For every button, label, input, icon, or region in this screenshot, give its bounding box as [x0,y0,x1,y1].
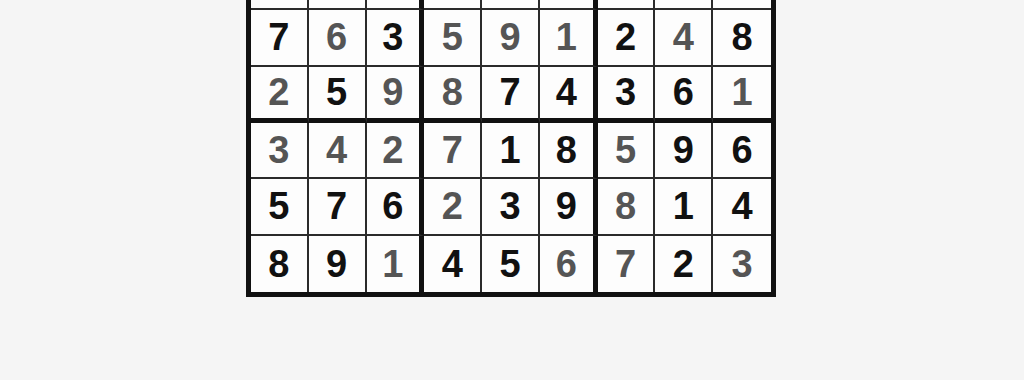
cell-r6c7[interactable]: 3 [598,67,656,123]
digit: 1 [673,187,694,225]
cell-r4c2[interactable] [309,0,367,10]
digit: 6 [673,73,694,111]
cell-r6c4[interactable]: 8 [424,67,482,123]
digit: 2 [442,187,463,225]
digit: 3 [615,73,636,111]
cell-r9c8[interactable]: 2 [655,236,713,292]
sudoku-board: 7635912482598743613427185965762398148914… [246,0,776,297]
cell-r7c3[interactable]: 2 [367,123,425,179]
cell-r6c6[interactable]: 4 [540,67,598,123]
cell-r4c8[interactable] [655,0,713,10]
cell-r4c1[interactable] [251,0,309,10]
cell-r9c4[interactable]: 4 [424,236,482,292]
cell-r4c5[interactable] [482,0,540,10]
cell-r9c5[interactable]: 5 [482,236,540,292]
digit: 3 [268,131,289,169]
digit: 5 [326,73,347,111]
cell-r6c5[interactable]: 7 [482,67,540,123]
digit: 8 [268,245,289,283]
cell-r6c3[interactable]: 9 [367,67,425,123]
cell-r5c3[interactable]: 3 [367,10,425,66]
digit: 4 [673,18,694,56]
cell-r6c8[interactable]: 6 [655,67,713,123]
cell-r4c9[interactable] [713,0,771,10]
cell-r8c3[interactable]: 6 [367,179,425,235]
digit: 9 [556,187,577,225]
cell-r8c2[interactable]: 7 [309,179,367,235]
cell-r8c7[interactable]: 8 [598,179,656,235]
cell-r8c6[interactable]: 9 [540,179,598,235]
digit: 1 [556,18,577,56]
cell-r4c4[interactable] [424,0,482,10]
cell-r8c9[interactable]: 4 [713,179,771,235]
digit: 2 [268,73,289,111]
cell-r7c9[interactable]: 6 [713,123,771,179]
cell-r9c2[interactable]: 9 [309,236,367,292]
cell-r5c5[interactable]: 9 [482,10,540,66]
cell-r5c4[interactable]: 5 [424,10,482,66]
digit: 4 [732,187,753,225]
digit: 8 [732,18,753,56]
digit: 2 [382,131,403,169]
cell-r5c2[interactable]: 6 [309,10,367,66]
digit: 8 [556,131,577,169]
cell-r8c8[interactable]: 1 [655,179,713,235]
digit: 6 [556,245,577,283]
cell-r5c7[interactable]: 2 [598,10,656,66]
cell-r5c6[interactable]: 1 [540,10,598,66]
digit: 1 [499,131,520,169]
digit: 2 [615,18,636,56]
cell-r8c5[interactable]: 3 [482,179,540,235]
cell-r9c7[interactable]: 7 [598,236,656,292]
digit: 4 [556,73,577,111]
digit: 7 [326,187,347,225]
digit: 7 [499,73,520,111]
cell-r9c9[interactable]: 3 [713,236,771,292]
digit: 5 [268,187,289,225]
digit: 8 [442,73,463,111]
digit: 7 [615,245,636,283]
cell-r8c4[interactable]: 2 [424,179,482,235]
cell-r7c8[interactable]: 9 [655,123,713,179]
cell-r7c4[interactable]: 7 [424,123,482,179]
digit: 6 [732,131,753,169]
digit: 1 [732,73,753,111]
cell-r7c5[interactable]: 1 [482,123,540,179]
digit: 2 [673,245,694,283]
digit: 4 [442,245,463,283]
cell-r5c9[interactable]: 8 [713,10,771,66]
cell-r9c6[interactable]: 6 [540,236,598,292]
digit: 5 [615,131,636,169]
digit: 4 [326,131,347,169]
cell-r9c1[interactable]: 8 [251,236,309,292]
cell-r6c2[interactable]: 5 [309,67,367,123]
cell-r4c3[interactable] [367,0,425,10]
cell-r5c1[interactable]: 7 [251,10,309,66]
cell-r4c6[interactable] [540,0,598,10]
digit: 9 [673,131,694,169]
digit: 3 [732,245,753,283]
digit: 5 [442,18,463,56]
cell-r9c3[interactable]: 1 [367,236,425,292]
cell-r6c1[interactable]: 2 [251,67,309,123]
cell-r6c9[interactable]: 1 [713,67,771,123]
sudoku-screen: 7635912482598743613427185965762398148914… [0,0,1024,380]
digit: 9 [499,18,520,56]
cell-r8c1[interactable]: 5 [251,179,309,235]
cell-r7c7[interactable]: 5 [598,123,656,179]
cell-r4c7[interactable] [598,0,656,10]
cell-r7c6[interactable]: 8 [540,123,598,179]
digit: 6 [326,18,347,56]
digit: 6 [382,187,403,225]
digit: 3 [382,18,403,56]
cell-r5c8[interactable]: 4 [655,10,713,66]
cell-r7c1[interactable]: 3 [251,123,309,179]
digit: 3 [499,187,520,225]
digit: 7 [268,18,289,56]
digit: 1 [382,245,403,283]
digit: 7 [442,131,463,169]
cell-r7c2[interactable]: 4 [309,123,367,179]
digit: 9 [326,245,347,283]
digit: 9 [382,73,403,111]
digit: 5 [499,245,520,283]
digit: 8 [615,187,636,225]
